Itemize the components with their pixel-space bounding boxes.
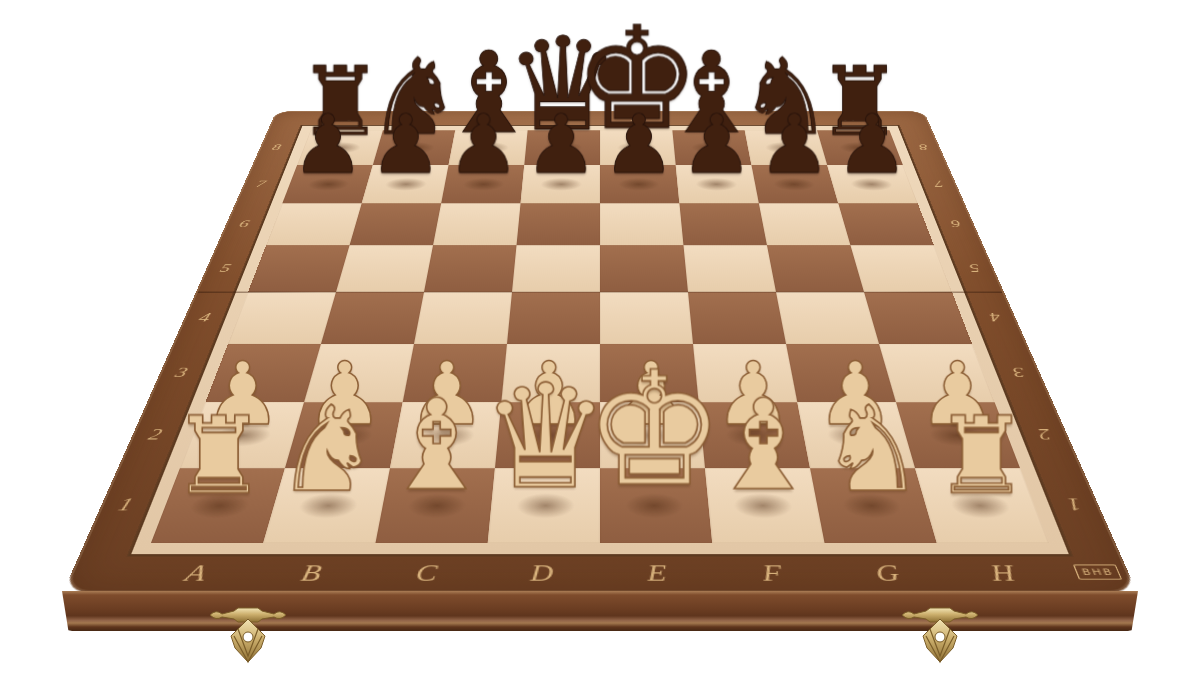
- file-label-far-e: E: [600, 113, 672, 123]
- square-b6[interactable]: [350, 203, 442, 245]
- file-label-near-h: H: [942, 560, 1066, 586]
- square-c5[interactable]: [424, 245, 517, 292]
- board-grid: ♜♞♝♛♚♝♞♜♟♟♟♟♟♟♟♟♟♟♟♟♟♟♟♟♜♞♝♛♚♝♞♜: [151, 130, 1049, 543]
- square-c4[interactable]: [414, 292, 512, 344]
- file-labels-near: ABCDEFGH: [132, 554, 1068, 592]
- square-g5[interactable]: [767, 245, 864, 292]
- square-e4[interactable]: [600, 292, 693, 344]
- square-a6[interactable]: [266, 203, 362, 245]
- file-label-near-a: A: [134, 560, 258, 586]
- square-e6[interactable]: [600, 203, 683, 245]
- file-label-far-a: A: [313, 113, 388, 123]
- square-g4[interactable]: [776, 292, 879, 344]
- square-h7[interactable]: ♟: [827, 165, 917, 203]
- file-label-far-h: H: [812, 113, 887, 123]
- square-h1[interactable]: ♜: [915, 468, 1049, 543]
- brass-clasp-left: [200, 606, 296, 666]
- square-h6[interactable]: [838, 203, 934, 245]
- square-h5[interactable]: [850, 245, 952, 292]
- piece-white-rook-h1[interactable]: ♜: [853, 402, 1111, 508]
- brass-clasp-right: [892, 606, 988, 666]
- square-f4[interactable]: [688, 292, 786, 344]
- square-a5[interactable]: [248, 245, 350, 292]
- board-frame: ABCDEFGH ABCDEFGH 87654321 87654321 ♜♞♝♛…: [63, 111, 1138, 592]
- square-d5[interactable]: [512, 245, 600, 292]
- file-label-near-c: C: [367, 560, 486, 586]
- square-c6[interactable]: [433, 203, 521, 245]
- square-e5[interactable]: [600, 245, 688, 292]
- square-b5[interactable]: [336, 245, 433, 292]
- file-label-far-d: D: [528, 113, 600, 123]
- file-label-near-f: F: [714, 560, 833, 586]
- square-h4[interactable]: [864, 292, 972, 344]
- brand-stamp: BHB: [1073, 564, 1122, 579]
- chess-board: ABCDEFGH ABCDEFGH 87654321 87654321 ♜♞♝♛…: [63, 111, 1138, 592]
- product-photo-scene: ABCDEFGH ABCDEFGH 87654321 87654321 ♜♞♝♛…: [0, 0, 1200, 688]
- file-label-far-c: C: [457, 113, 530, 123]
- file-label-near-e: E: [600, 560, 716, 586]
- square-b4[interactable]: [321, 292, 424, 344]
- square-f5[interactable]: [683, 245, 776, 292]
- file-label-far-b: B: [385, 113, 459, 123]
- file-label-near-g: G: [828, 560, 949, 586]
- file-label-near-d: D: [484, 560, 600, 586]
- square-g6[interactable]: [759, 203, 851, 245]
- square-f6[interactable]: [679, 203, 767, 245]
- square-d6[interactable]: [517, 203, 600, 245]
- file-label-far-f: F: [671, 113, 744, 123]
- square-d4[interactable]: [507, 292, 600, 344]
- square-a4[interactable]: [228, 292, 336, 344]
- file-label-near-b: B: [251, 560, 372, 586]
- file-label-far-g: G: [741, 113, 815, 123]
